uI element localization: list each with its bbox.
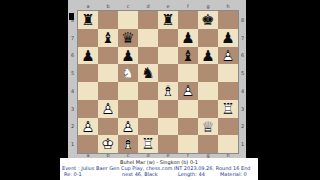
black-rook: ♜ bbox=[78, 11, 98, 29]
square-g4[interactable] bbox=[198, 82, 218, 100]
square-d2[interactable] bbox=[138, 118, 158, 136]
rank-label-6: 6 bbox=[68, 47, 77, 65]
square-e2[interactable] bbox=[158, 118, 178, 136]
file-label-b: b bbox=[98, 3, 118, 10]
square-h2[interactable] bbox=[218, 118, 238, 136]
square-d4[interactable] bbox=[138, 82, 158, 100]
square-c5[interactable]: ♞♘ bbox=[118, 64, 138, 82]
square-a2[interactable]: ♟♙ bbox=[78, 118, 98, 136]
square-g3[interactable] bbox=[198, 100, 218, 118]
black-pawn: ♟ bbox=[218, 29, 238, 47]
square-h1[interactable] bbox=[218, 135, 238, 153]
rank-label-3: 3 bbox=[68, 100, 77, 118]
black-bishop: ♝ bbox=[178, 47, 198, 65]
black-pawn: ♟ bbox=[178, 29, 198, 47]
square-a6[interactable]: ♟ bbox=[78, 47, 98, 65]
black-king: ♚ bbox=[198, 11, 218, 29]
white-king: ♔ bbox=[98, 135, 118, 153]
white-pawn: ♙ bbox=[78, 118, 98, 136]
white-pawn: ♙ bbox=[98, 100, 118, 118]
rank-label-5: 5 bbox=[238, 64, 247, 82]
file-label-g: g bbox=[198, 3, 218, 10]
square-f7[interactable]: ♟ bbox=[178, 29, 198, 47]
rank-label-4: 4 bbox=[68, 82, 77, 100]
square-b2[interactable] bbox=[98, 118, 118, 136]
black-bishop: ♝ bbox=[98, 29, 118, 47]
black-queen: ♛ bbox=[118, 29, 138, 47]
square-g8[interactable]: ♚ bbox=[198, 11, 218, 29]
square-b5[interactable] bbox=[98, 64, 118, 82]
square-a1[interactable] bbox=[78, 135, 98, 153]
black-knight: ♞ bbox=[138, 64, 158, 82]
file-label-h: h bbox=[218, 3, 238, 10]
square-f3[interactable] bbox=[178, 100, 198, 118]
white-rook: ♖ bbox=[138, 135, 158, 153]
square-a7[interactable] bbox=[78, 29, 98, 47]
square-f6[interactable]: ♝ bbox=[178, 47, 198, 65]
rank-label-7: 7 bbox=[238, 29, 247, 47]
square-d6[interactable] bbox=[138, 47, 158, 65]
square-c6[interactable]: ♟ bbox=[118, 47, 138, 65]
square-h4[interactable] bbox=[218, 82, 238, 100]
square-c4[interactable] bbox=[118, 82, 138, 100]
square-b1[interactable]: ♚♔ bbox=[98, 135, 118, 153]
file-label-e: e bbox=[158, 3, 178, 10]
square-h6[interactable]: ♟♙ bbox=[218, 47, 238, 65]
length-field: Length: 44 bbox=[178, 171, 205, 177]
square-e5[interactable] bbox=[158, 64, 178, 82]
white-bishop: ♗ bbox=[158, 82, 178, 100]
rank-label-1: 1 bbox=[238, 135, 247, 153]
square-a3[interactable] bbox=[78, 100, 98, 118]
square-e1[interactable] bbox=[158, 135, 178, 153]
square-g1[interactable] bbox=[198, 135, 218, 153]
square-h8[interactable] bbox=[218, 11, 238, 29]
square-e8[interactable]: ♜ bbox=[158, 11, 178, 29]
rank-label-1: 1 bbox=[68, 135, 77, 153]
square-a8[interactable]: ♜ bbox=[78, 11, 98, 29]
square-b7[interactable]: ♝ bbox=[98, 29, 118, 47]
square-h7[interactable]: ♟ bbox=[218, 29, 238, 47]
square-e7[interactable] bbox=[158, 29, 178, 47]
square-f8[interactable] bbox=[178, 11, 198, 29]
square-c8[interactable] bbox=[118, 11, 138, 29]
square-h5[interactable] bbox=[218, 64, 238, 82]
white-pawn: ♙ bbox=[118, 118, 138, 136]
square-c7[interactable]: ♛ bbox=[118, 29, 138, 47]
black-to-move-indicator bbox=[69, 13, 74, 20]
black-pawn: ♟ bbox=[118, 47, 138, 65]
square-c1[interactable]: ♝♗ bbox=[118, 135, 138, 153]
rank-label-2: 2 bbox=[238, 118, 247, 136]
square-d5[interactable]: ♞ bbox=[138, 64, 158, 82]
square-h3[interactable]: ♜♖ bbox=[218, 100, 238, 118]
white-pawn: ♙ bbox=[178, 82, 198, 100]
rank-label-7: 7 bbox=[68, 29, 77, 47]
stats-line: Re: 0-1 next 46, Black Length: 44 Materi… bbox=[60, 171, 258, 177]
next-move-field: next 46, Black bbox=[122, 171, 158, 177]
square-d1[interactable]: ♜♖ bbox=[138, 135, 158, 153]
square-b6[interactable] bbox=[98, 47, 118, 65]
square-b3[interactable]: ♟♙ bbox=[98, 100, 118, 118]
square-f1[interactable] bbox=[178, 135, 198, 153]
rank-labels-right: 87654321 bbox=[238, 11, 247, 153]
file-label-f: f bbox=[178, 3, 198, 10]
square-d7[interactable] bbox=[138, 29, 158, 47]
rank-label-4: 4 bbox=[238, 82, 247, 100]
square-e3[interactable] bbox=[158, 100, 178, 118]
square-g7[interactable] bbox=[198, 29, 218, 47]
square-e6[interactable] bbox=[158, 47, 178, 65]
square-f4[interactable]: ♟♙ bbox=[178, 82, 198, 100]
white-bishop: ♗ bbox=[118, 135, 138, 153]
square-f5[interactable] bbox=[178, 64, 198, 82]
file-label-a: a bbox=[78, 3, 98, 10]
rank-label-6: 6 bbox=[238, 47, 247, 65]
rank-label-3: 3 bbox=[238, 100, 247, 118]
rank-labels-left: 87654321 bbox=[68, 11, 77, 153]
info-panel: Buhel Mar (w) - Singkon (b) 0-1 Event : … bbox=[60, 158, 258, 180]
black-pawn: ♟ bbox=[198, 47, 218, 65]
black-rook: ♜ bbox=[158, 11, 178, 29]
rank-label-8: 8 bbox=[238, 11, 247, 29]
square-d8[interactable] bbox=[138, 11, 158, 29]
video-frame: abcdefgh abcdefgh 87654321 87654321 ♜♜♚♝… bbox=[0, 0, 320, 180]
square-b8[interactable] bbox=[98, 11, 118, 29]
square-e4[interactable]: ♝♗ bbox=[158, 82, 178, 100]
square-c2[interactable]: ♟♙ bbox=[118, 118, 138, 136]
square-a4[interactable] bbox=[78, 82, 98, 100]
file-labels-top: abcdefgh bbox=[78, 3, 238, 10]
white-queen: ♕ bbox=[198, 118, 218, 136]
white-knight: ♘ bbox=[118, 64, 138, 82]
white-rook: ♖ bbox=[218, 100, 238, 118]
file-label-d: d bbox=[138, 3, 158, 10]
material-field: Material: 0 bbox=[220, 171, 247, 177]
square-g2[interactable]: ♛♕ bbox=[198, 118, 218, 136]
rank-label-2: 2 bbox=[68, 118, 77, 136]
square-f2[interactable] bbox=[178, 118, 198, 136]
square-d3[interactable] bbox=[138, 100, 158, 118]
white-pawn: ♙ bbox=[218, 47, 238, 65]
square-c3[interactable] bbox=[118, 100, 138, 118]
file-label-c: c bbox=[118, 3, 138, 10]
chess-board[interactable]: ♜♜♚♝♛♟♟♟♟♝♟♟♙♞♘♞♝♗♟♙♟♙♜♖♟♙♟♙♛♕♚♔♝♗♜♖ bbox=[78, 11, 238, 153]
square-g6[interactable]: ♟ bbox=[198, 47, 218, 65]
square-b4[interactable] bbox=[98, 82, 118, 100]
result-field: Re: 0-1 bbox=[64, 171, 82, 177]
black-pawn: ♟ bbox=[78, 47, 98, 65]
rank-label-5: 5 bbox=[68, 64, 77, 82]
square-g5[interactable] bbox=[198, 64, 218, 82]
square-a5[interactable] bbox=[78, 64, 98, 82]
